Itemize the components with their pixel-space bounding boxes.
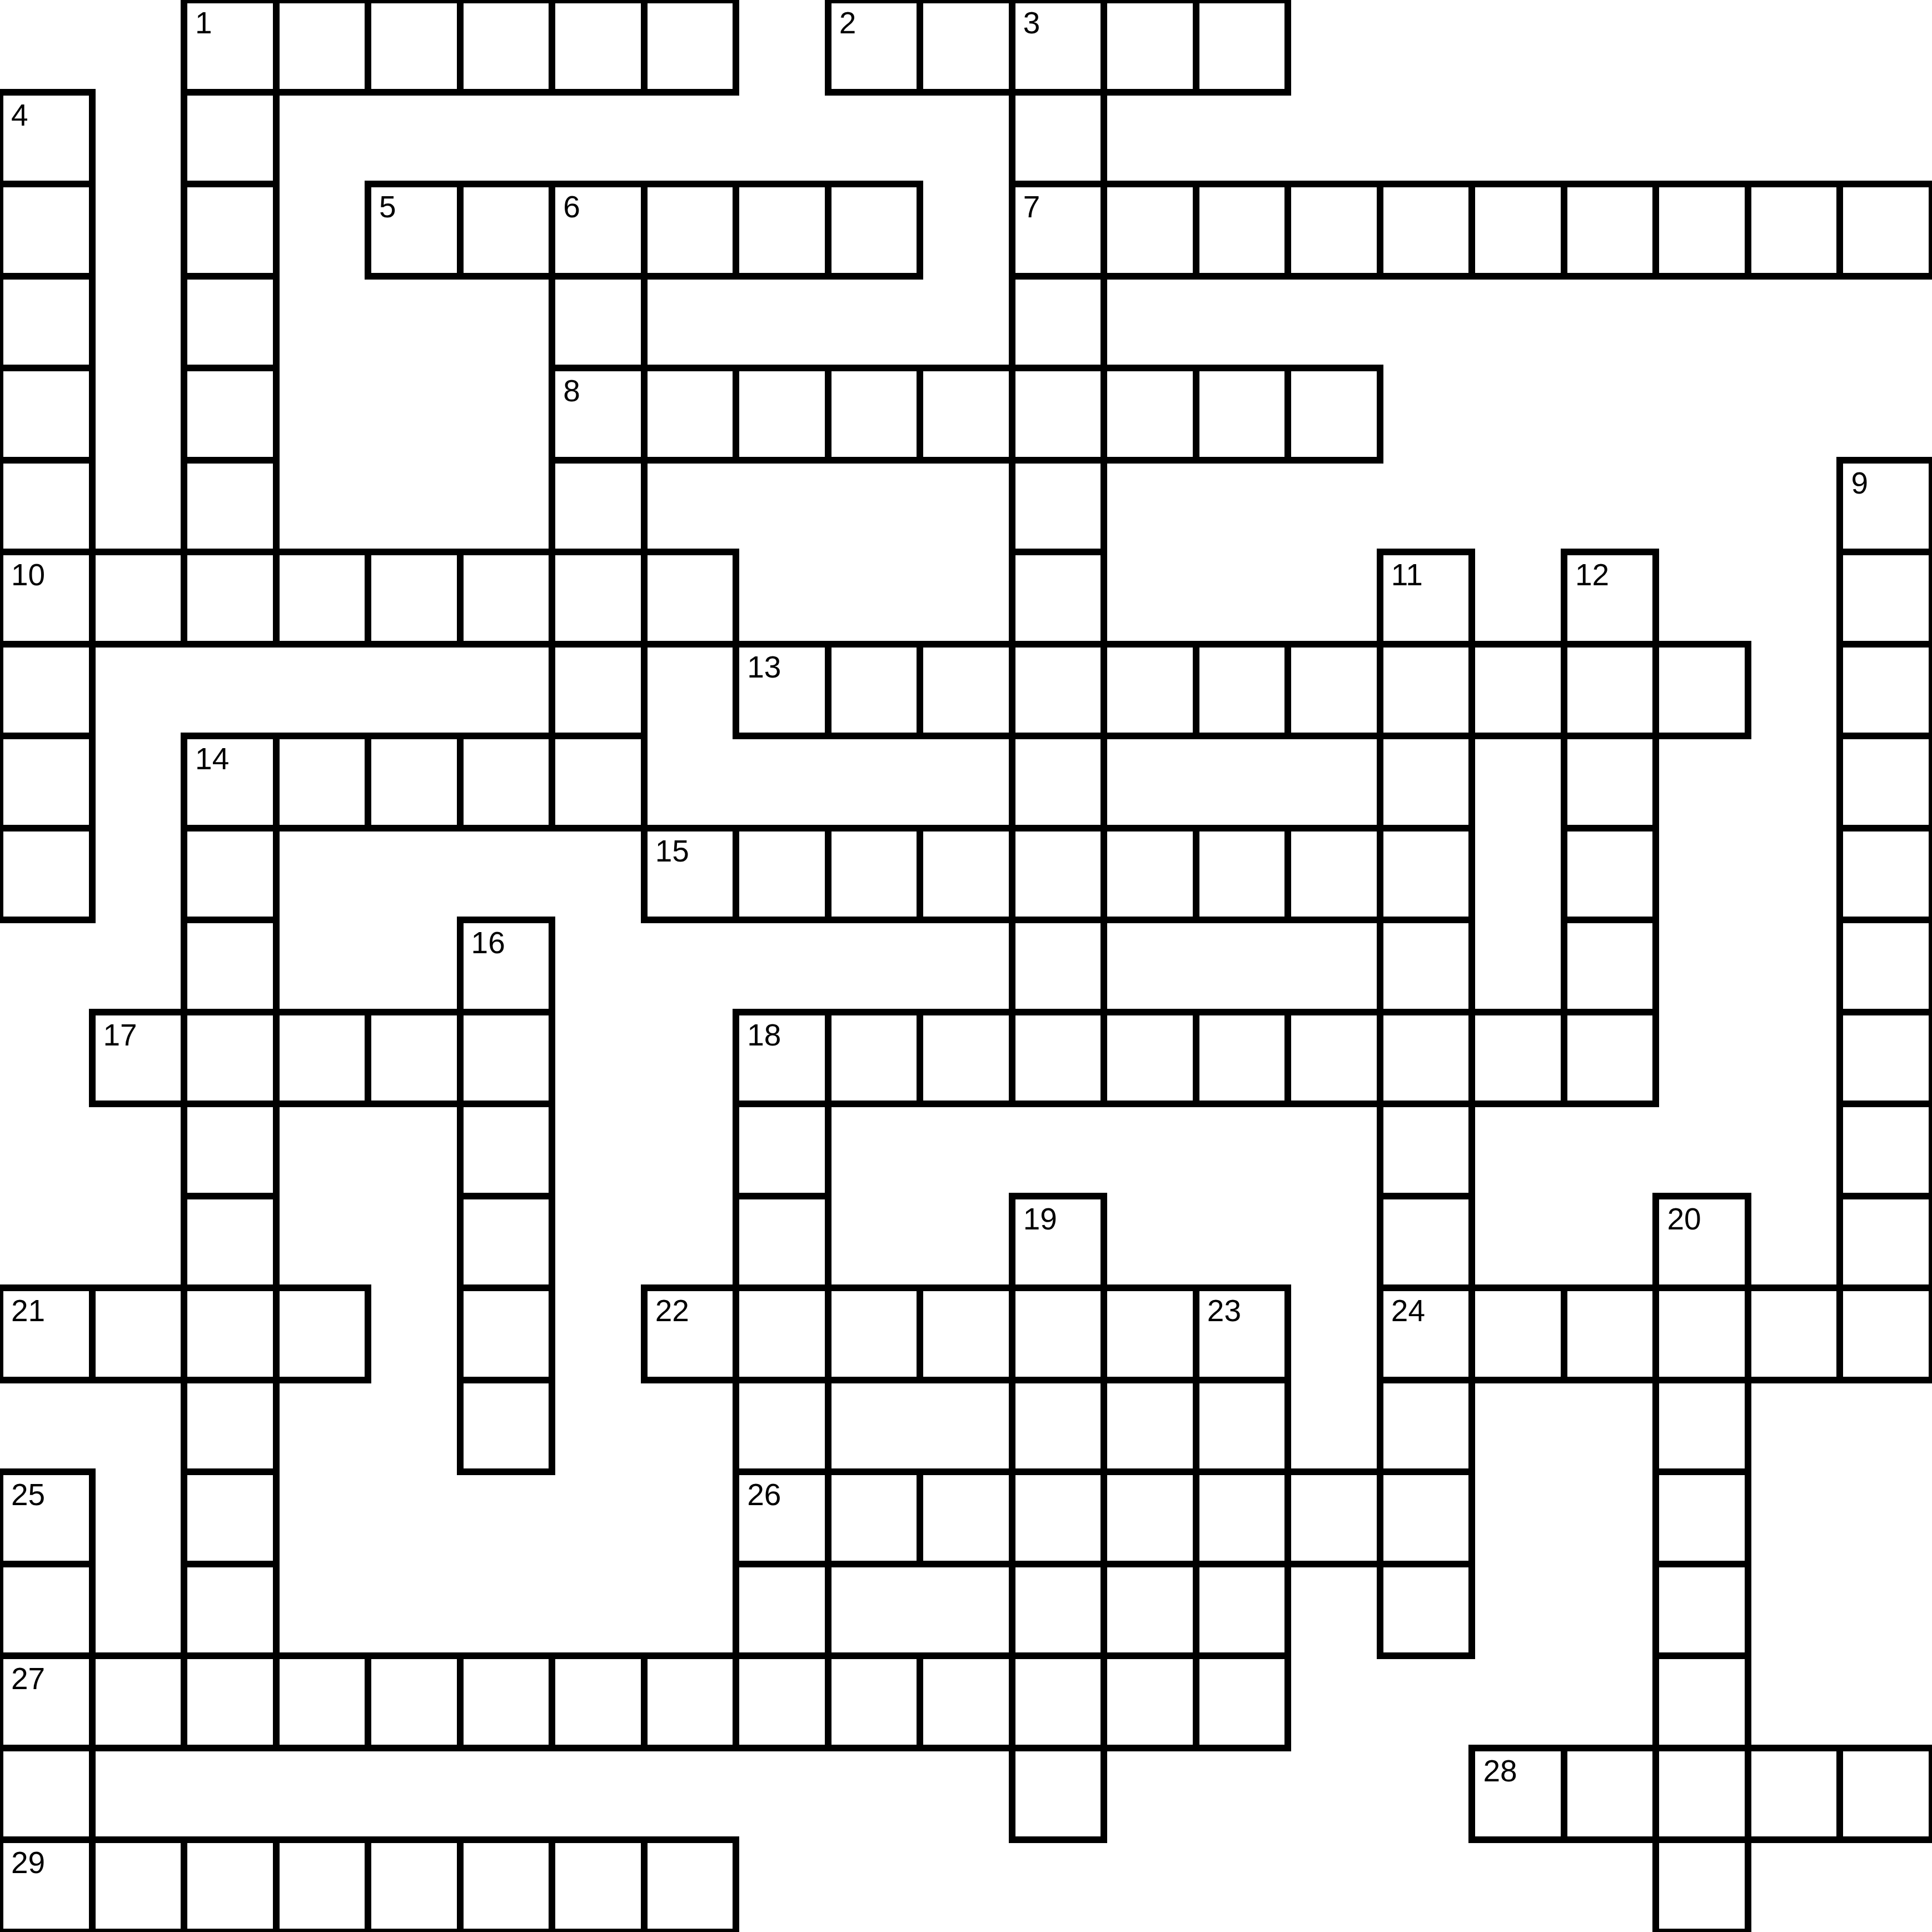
cell-r5-c11[interactable]	[1012, 460, 1104, 552]
cell-r17-c2[interactable]	[184, 1564, 276, 1656]
void-r12-c12	[1104, 1104, 1196, 1196]
cell-r9-c11[interactable]	[1012, 828, 1104, 920]
cell-r16-c14[interactable]	[1288, 1472, 1380, 1564]
clue-number: 24	[1391, 1296, 1425, 1326]
cell-r2-c2[interactable]	[184, 184, 276, 276]
void-r10-c4	[368, 920, 460, 1012]
void-r0-c14	[1288, 0, 1380, 92]
cell-r11-c9[interactable]	[828, 1012, 920, 1104]
cell-r2-c14[interactable]	[1288, 184, 1380, 276]
cell-r11-c13[interactable]	[1196, 1012, 1288, 1104]
cell-r11-c20[interactable]	[1840, 1012, 1932, 1104]
void-r10-c18	[1656, 920, 1748, 1012]
cell-r8-c0[interactable]	[0, 736, 92, 828]
cell-r11-c15[interactable]	[1380, 1012, 1472, 1104]
void-r15-c19	[1748, 1380, 1840, 1472]
cell-r18-c12[interactable]	[1104, 1656, 1196, 1748]
void-r3-c5	[460, 276, 552, 369]
cell-r19-c18[interactable]	[1656, 1748, 1748, 1840]
cell-r3-c0[interactable]	[0, 276, 92, 369]
cell-r18-c4[interactable]	[368, 1656, 460, 1748]
void-r19-c14	[1288, 1748, 1380, 1840]
cell-r3-c2[interactable]	[184, 276, 276, 369]
clue-number: 29	[11, 1848, 45, 1878]
void-r0-c16	[1472, 0, 1564, 92]
void-r9-c1	[92, 828, 185, 920]
void-r9-c19	[1748, 828, 1840, 920]
cell-r2-c9[interactable]	[828, 184, 920, 276]
cell-r12-c20[interactable]	[1840, 1104, 1932, 1196]
void-r20-c11	[1012, 1840, 1104, 1932]
cell-r14-c0[interactable]: 21	[0, 1288, 92, 1380]
cell-r11-c1[interactable]: 17	[92, 1012, 185, 1104]
void-r5-c3	[276, 460, 369, 552]
cell-r5-c0[interactable]	[0, 460, 92, 552]
cell-r14-c11[interactable]	[1012, 1288, 1104, 1380]
cell-r20-c18[interactable]	[1656, 1840, 1748, 1932]
cell-r20-c0[interactable]: 29	[0, 1840, 92, 1932]
cell-r14-c16[interactable]	[1472, 1288, 1564, 1380]
cell-r17-c11[interactable]	[1012, 1564, 1104, 1656]
void-r20-c14	[1288, 1840, 1380, 1932]
cell-r19-c16[interactable]: 28	[1472, 1748, 1564, 1840]
cell-r2-c5[interactable]	[460, 184, 552, 276]
void-r16-c4	[368, 1472, 460, 1564]
void-r8-c9	[828, 736, 920, 828]
void-r16-c6	[552, 1472, 644, 1564]
void-r12-c4	[368, 1104, 460, 1196]
cell-r16-c10[interactable]	[920, 1472, 1012, 1564]
cell-r18-c6[interactable]	[552, 1656, 644, 1748]
void-r12-c18	[1656, 1104, 1748, 1196]
cell-r2-c12[interactable]	[1104, 184, 1196, 276]
cell-r11-c2[interactable]	[184, 1012, 276, 1104]
cell-r4-c8[interactable]	[736, 368, 828, 460]
clue-number: 19	[1023, 1204, 1057, 1234]
cell-r8-c4[interactable]	[368, 736, 460, 828]
cell-r20-c6[interactable]	[552, 1840, 644, 1932]
cell-r15-c13[interactable]	[1196, 1380, 1288, 1472]
cell-r14-c5[interactable]	[460, 1288, 552, 1380]
void-r12-c13	[1196, 1104, 1288, 1196]
cell-r7-c8[interactable]: 13	[736, 644, 828, 736]
cell-r8-c2[interactable]: 14	[184, 736, 276, 828]
cell-r16-c11[interactable]	[1012, 1472, 1104, 1564]
clue-number: 23	[1207, 1296, 1241, 1326]
cell-r2-c6[interactable]: 6	[552, 184, 644, 276]
cell-r9-c8[interactable]	[736, 828, 828, 920]
cell-r0-c7[interactable]	[644, 0, 736, 92]
cell-r6-c0[interactable]: 10	[0, 552, 92, 644]
cell-r7-c12[interactable]	[1104, 644, 1196, 736]
void-r11-c19	[1748, 1012, 1840, 1104]
cell-r8-c3[interactable]	[276, 736, 369, 828]
void-r4-c3	[276, 368, 369, 460]
cell-r10-c2[interactable]	[184, 920, 276, 1012]
cell-r7-c17[interactable]	[1564, 644, 1656, 736]
cell-r20-c5[interactable]	[460, 1840, 552, 1932]
cell-r2-c16[interactable]	[1472, 184, 1564, 276]
cell-r0-c9[interactable]: 2	[828, 0, 920, 92]
cell-r14-c7[interactable]: 22	[644, 1288, 736, 1380]
void-r5-c4	[368, 460, 460, 552]
void-r20-c9	[828, 1840, 920, 1932]
void-r15-c20	[1840, 1380, 1932, 1472]
cell-r6-c3[interactable]	[276, 552, 369, 644]
cell-r9-c10[interactable]	[920, 828, 1012, 920]
cell-r4-c2[interactable]	[184, 368, 276, 460]
void-r1-c19	[1748, 92, 1840, 185]
cell-r2-c17[interactable]	[1564, 184, 1656, 276]
cell-r4-c11[interactable]	[1012, 368, 1104, 460]
cell-r14-c8[interactable]	[736, 1288, 828, 1380]
cell-r1-c11[interactable]	[1012, 92, 1104, 185]
cell-r0-c6[interactable]	[552, 0, 644, 92]
void-r19-c12	[1104, 1748, 1196, 1840]
cell-r11-c4[interactable]	[368, 1012, 460, 1104]
cell-r5-c2[interactable]	[184, 460, 276, 552]
void-r17-c4	[368, 1564, 460, 1656]
cell-r0-c10[interactable]	[920, 0, 1012, 92]
cell-r13-c2[interactable]	[184, 1196, 276, 1288]
void-r3-c19	[1748, 276, 1840, 369]
cell-r6-c17[interactable]: 12	[1564, 552, 1656, 644]
cell-r12-c8[interactable]	[736, 1104, 828, 1196]
cell-r16-c8[interactable]: 26	[736, 1472, 828, 1564]
void-r15-c10	[920, 1380, 1012, 1472]
cell-r2-c8[interactable]	[736, 184, 828, 276]
cell-r18-c0[interactable]: 27	[0, 1656, 92, 1748]
void-r18-c19	[1748, 1656, 1840, 1748]
cell-r2-c13[interactable]	[1196, 184, 1288, 276]
cell-r14-c2[interactable]	[184, 1288, 276, 1380]
cell-r11-c5[interactable]	[460, 1012, 552, 1104]
cell-r4-c9[interactable]	[828, 368, 920, 460]
cell-r19-c0[interactable]	[0, 1748, 92, 1840]
cell-r9-c13[interactable]	[1196, 828, 1288, 920]
cell-r20-c4[interactable]	[368, 1840, 460, 1932]
cell-r0-c13[interactable]	[1196, 0, 1288, 92]
cell-r3-c6[interactable]	[552, 276, 644, 369]
cell-r5-c20[interactable]: 9	[1840, 460, 1932, 552]
cell-r14-c18[interactable]	[1656, 1288, 1748, 1380]
cell-r8-c15[interactable]	[1380, 736, 1472, 828]
cell-r6-c2[interactable]	[184, 552, 276, 644]
cell-r2-c19[interactable]	[1748, 184, 1840, 276]
void-r15-c17	[1564, 1380, 1656, 1472]
cell-r2-c4[interactable]: 5	[368, 184, 460, 276]
cell-r7-c15[interactable]	[1380, 644, 1472, 736]
cell-r1-c2[interactable]	[184, 92, 276, 185]
void-r16-c7	[644, 1472, 736, 1564]
cell-r18-c7[interactable]	[644, 1656, 736, 1748]
cell-r11-c10[interactable]	[920, 1012, 1012, 1104]
clue-number: 26	[747, 1480, 781, 1510]
void-r17-c3	[276, 1564, 369, 1656]
cell-r4-c14[interactable]	[1288, 368, 1380, 460]
cell-r10-c11[interactable]	[1012, 920, 1104, 1012]
cell-r19-c19[interactable]	[1748, 1748, 1840, 1840]
cell-r0-c5[interactable]	[460, 0, 552, 92]
void-r5-c8	[736, 460, 828, 552]
cell-r17-c8[interactable]	[736, 1564, 828, 1656]
cell-r14-c3[interactable]	[276, 1288, 369, 1380]
void-r1-c16	[1472, 92, 1564, 185]
cell-r16-c13[interactable]	[1196, 1472, 1288, 1564]
cell-r11-c3[interactable]	[276, 1012, 369, 1104]
cell-r16-c9[interactable]	[828, 1472, 920, 1564]
cell-r16-c0[interactable]: 25	[0, 1472, 92, 1564]
void-r1-c13	[1196, 92, 1288, 185]
void-r13-c19	[1748, 1196, 1840, 1288]
cell-r18-c8[interactable]	[736, 1656, 828, 1748]
clue-number: 10	[11, 560, 45, 590]
cell-r20-c2[interactable]	[184, 1840, 276, 1932]
cell-r6-c20[interactable]	[1840, 552, 1932, 644]
cell-r1-c0[interactable]: 4	[0, 92, 92, 185]
cell-r14-c17[interactable]	[1564, 1288, 1656, 1380]
cell-r17-c13[interactable]	[1196, 1564, 1288, 1656]
cell-r9-c15[interactable]	[1380, 828, 1472, 920]
cell-r13-c20[interactable]	[1840, 1196, 1932, 1288]
cell-r18-c18[interactable]	[1656, 1656, 1748, 1748]
cell-r2-c15[interactable]	[1380, 184, 1472, 276]
cell-r18-c3[interactable]	[276, 1656, 369, 1748]
void-r10-c0	[0, 920, 92, 1012]
cell-r9-c9[interactable]	[828, 828, 920, 920]
cell-r3-c11[interactable]	[1012, 276, 1104, 369]
cell-r9-c20[interactable]	[1840, 828, 1932, 920]
cell-r2-c20[interactable]	[1840, 184, 1932, 276]
cell-r11-c16[interactable]	[1472, 1012, 1564, 1104]
cell-r14-c9[interactable]	[828, 1288, 920, 1380]
cell-r17-c15[interactable]	[1380, 1564, 1472, 1656]
cell-r4-c0[interactable]	[0, 368, 92, 460]
void-r13-c9	[828, 1196, 920, 1288]
cell-r14-c15[interactable]: 24	[1380, 1288, 1472, 1380]
cell-r15-c2[interactable]	[184, 1380, 276, 1472]
cell-r18-c1[interactable]	[92, 1656, 185, 1748]
cell-r13-c11[interactable]: 19	[1012, 1196, 1104, 1288]
void-r16-c16	[1472, 1472, 1564, 1564]
cell-r9-c17[interactable]	[1564, 828, 1656, 920]
cell-r11-c17[interactable]	[1564, 1012, 1656, 1104]
cell-r11-c14[interactable]	[1288, 1012, 1380, 1104]
void-r0-c17	[1564, 0, 1656, 92]
cell-r9-c2[interactable]	[184, 828, 276, 920]
void-r0-c20	[1840, 0, 1932, 92]
cell-r18-c10[interactable]	[920, 1656, 1012, 1748]
void-r12-c17	[1564, 1104, 1656, 1196]
void-r8-c14	[1288, 736, 1380, 828]
void-r6-c13	[1196, 552, 1288, 644]
void-r17-c14	[1288, 1564, 1380, 1656]
cell-r6-c6[interactable]	[552, 552, 644, 644]
cell-r7-c6[interactable]	[552, 644, 644, 736]
void-r4-c20	[1840, 368, 1932, 460]
cell-r5-c6[interactable]	[552, 460, 644, 552]
cell-r11-c12[interactable]	[1104, 1012, 1196, 1104]
cell-r6-c1[interactable]	[92, 552, 185, 644]
cell-r8-c11[interactable]	[1012, 736, 1104, 828]
cell-r0-c11[interactable]: 3	[1012, 0, 1104, 92]
cell-r12-c15[interactable]	[1380, 1104, 1472, 1196]
void-r20-c15	[1380, 1840, 1472, 1932]
cell-r6-c5[interactable]	[460, 552, 552, 644]
cell-r12-c5[interactable]	[460, 1104, 552, 1196]
void-r1-c9	[828, 92, 920, 185]
cell-r4-c10[interactable]	[920, 368, 1012, 460]
void-r4-c4	[368, 368, 460, 460]
cell-r10-c17[interactable]	[1564, 920, 1656, 1012]
cell-r8-c17[interactable]	[1564, 736, 1656, 828]
void-r1-c10	[920, 92, 1012, 185]
cell-r15-c15[interactable]	[1380, 1380, 1472, 1472]
cell-r6-c15[interactable]: 11	[1380, 552, 1472, 644]
cell-r19-c17[interactable]	[1564, 1748, 1656, 1840]
cell-r18-c5[interactable]	[460, 1656, 552, 1748]
void-r0-c1	[92, 0, 185, 92]
void-r18-c20	[1840, 1656, 1932, 1748]
cell-r8-c20[interactable]	[1840, 736, 1932, 828]
void-r14-c6	[552, 1288, 644, 1380]
cell-r4-c13[interactable]	[1196, 368, 1288, 460]
void-r18-c16	[1472, 1656, 1564, 1748]
void-r3-c20	[1840, 276, 1932, 369]
void-r17-c9	[828, 1564, 920, 1656]
cell-r17-c0[interactable]	[0, 1564, 92, 1656]
cell-r16-c2[interactable]	[184, 1472, 276, 1564]
cell-r9-c12[interactable]	[1104, 828, 1196, 920]
cell-r9-c14[interactable]	[1288, 828, 1380, 920]
cell-r18-c9[interactable]	[828, 1656, 920, 1748]
cell-r19-c20[interactable]	[1840, 1748, 1932, 1840]
void-r10-c8	[736, 920, 828, 1012]
clue-number: 18	[747, 1020, 781, 1050]
cell-r0-c2[interactable]: 1	[184, 0, 276, 92]
cell-r15-c11[interactable]	[1012, 1380, 1104, 1472]
cell-r14-c12[interactable]	[1104, 1288, 1196, 1380]
void-r3-c14	[1288, 276, 1380, 369]
void-r4-c15	[1380, 368, 1472, 460]
void-r19-c7	[644, 1748, 736, 1840]
cell-r14-c13[interactable]: 23	[1196, 1288, 1288, 1380]
void-r20-c10	[920, 1840, 1012, 1932]
cell-r6-c11[interactable]	[1012, 552, 1104, 644]
cell-r20-c1[interactable]	[92, 1840, 185, 1932]
cell-r0-c4[interactable]	[368, 0, 460, 92]
cell-r18-c11[interactable]	[1012, 1656, 1104, 1748]
void-r18-c17	[1564, 1656, 1656, 1748]
cell-r17-c18[interactable]	[1656, 1564, 1748, 1656]
cell-r15-c8[interactable]	[736, 1380, 828, 1472]
void-r16-c19	[1748, 1472, 1840, 1564]
cell-r4-c7[interactable]	[644, 368, 736, 460]
cell-r2-c0[interactable]	[0, 184, 92, 276]
void-r12-c19	[1748, 1104, 1840, 1196]
cell-r14-c19[interactable]	[1748, 1288, 1840, 1380]
cell-r7-c10[interactable]	[920, 644, 1012, 736]
cell-r15-c18[interactable]	[1656, 1380, 1748, 1472]
cell-r7-c20[interactable]	[1840, 644, 1932, 736]
cell-r20-c7[interactable]	[644, 1840, 736, 1932]
void-r7-c7	[644, 644, 736, 736]
void-r3-c13	[1196, 276, 1288, 369]
cell-r9-c7[interactable]: 15	[644, 828, 736, 920]
cell-r7-c9[interactable]	[828, 644, 920, 736]
cell-r8-c5[interactable]	[460, 736, 552, 828]
cell-r10-c15[interactable]	[1380, 920, 1472, 1012]
cell-r18-c13[interactable]	[1196, 1656, 1288, 1748]
clue-number: 9	[1851, 468, 1868, 499]
cell-r2-c11[interactable]: 7	[1012, 184, 1104, 276]
cell-r14-c1[interactable]	[92, 1288, 185, 1380]
cell-r0-c12[interactable]	[1104, 0, 1196, 92]
cell-r2-c18[interactable]	[1656, 184, 1748, 276]
cell-r11-c11[interactable]	[1012, 1012, 1104, 1104]
cell-r13-c15[interactable]	[1380, 1196, 1472, 1288]
cell-r7-c16[interactable]	[1472, 644, 1564, 736]
cell-r10-c20[interactable]	[1840, 920, 1932, 1012]
void-r1-c7	[644, 92, 736, 185]
cell-r7-c18[interactable]	[1656, 644, 1748, 736]
cell-r14-c20[interactable]	[1840, 1288, 1932, 1380]
void-r5-c16	[1472, 460, 1564, 552]
void-r12-c14	[1288, 1104, 1380, 1196]
void-r13-c10	[920, 1196, 1012, 1288]
void-r9-c4	[368, 828, 460, 920]
cell-r7-c14[interactable]	[1288, 644, 1380, 736]
cell-r11-c8[interactable]: 18	[736, 1012, 828, 1104]
void-r10-c3	[276, 920, 369, 1012]
void-r3-c9	[828, 276, 920, 369]
cell-r4-c12[interactable]	[1104, 368, 1196, 460]
void-r8-c18	[1656, 736, 1748, 828]
cell-r6-c7[interactable]	[644, 552, 736, 644]
cell-r16-c12[interactable]	[1104, 1472, 1196, 1564]
cell-r4-c6[interactable]: 8	[552, 368, 644, 460]
cell-r16-c15[interactable]	[1380, 1472, 1472, 1564]
void-r6-c19	[1748, 552, 1840, 644]
void-r8-c19	[1748, 736, 1840, 828]
void-r17-c20	[1840, 1564, 1932, 1656]
void-r12-c3	[276, 1104, 369, 1196]
cell-r20-c3[interactable]	[276, 1840, 369, 1932]
cell-r13-c8[interactable]	[736, 1196, 828, 1288]
void-r9-c3	[276, 828, 369, 920]
cell-r15-c5[interactable]	[460, 1380, 552, 1472]
cell-r10-c5[interactable]: 16	[460, 920, 552, 1012]
cell-r12-c2[interactable]	[184, 1104, 276, 1196]
void-r1-c8	[736, 92, 828, 185]
void-r1-c12	[1104, 92, 1196, 185]
cell-r14-c10[interactable]	[920, 1288, 1012, 1380]
cell-r16-c18[interactable]	[1656, 1472, 1748, 1564]
cell-r7-c11[interactable]	[1012, 644, 1104, 736]
cell-r7-c0[interactable]	[0, 644, 92, 736]
cell-r6-c4[interactable]	[368, 552, 460, 644]
cell-r2-c7[interactable]	[644, 184, 736, 276]
void-r10-c13	[1196, 920, 1288, 1012]
cell-r18-c2[interactable]	[184, 1656, 276, 1748]
cell-r8-c6[interactable]	[552, 736, 644, 828]
cell-r7-c13[interactable]	[1196, 644, 1288, 736]
cell-r0-c3[interactable]	[276, 0, 369, 92]
cell-r13-c5[interactable]	[460, 1196, 552, 1288]
cell-r9-c0[interactable]	[0, 828, 92, 920]
cell-r19-c11[interactable]	[1012, 1748, 1104, 1840]
cell-r13-c18[interactable]: 20	[1656, 1196, 1748, 1288]
